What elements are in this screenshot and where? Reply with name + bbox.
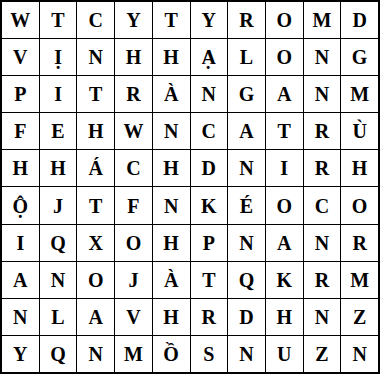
grid-cell[interactable]: N xyxy=(228,150,265,186)
grid-cell[interactable]: H xyxy=(153,39,190,75)
grid-cell[interactable]: Ị xyxy=(40,39,77,75)
grid-cell[interactable]: O xyxy=(266,187,303,223)
grid-cell[interactable]: N xyxy=(40,262,77,298)
grid-cell[interactable]: H xyxy=(40,150,77,186)
grid-cell[interactable]: T xyxy=(266,113,303,149)
grid-cell[interactable]: E xyxy=(40,113,77,149)
grid-cell[interactable]: O xyxy=(341,187,378,223)
grid-cell[interactable]: I xyxy=(40,76,77,112)
grid-cell[interactable]: N xyxy=(304,225,341,261)
grid-cell[interactable]: M xyxy=(341,262,378,298)
grid-cell[interactable]: J xyxy=(115,262,152,298)
grid-cell[interactable]: N xyxy=(304,299,341,335)
grid-cell[interactable]: N xyxy=(153,187,190,223)
grid-cell[interactable]: C xyxy=(77,2,114,38)
grid-cell[interactable]: A xyxy=(266,225,303,261)
grid-cell[interactable]: Q xyxy=(40,336,77,372)
grid-cell[interactable]: H xyxy=(2,150,39,186)
grid-cell[interactable]: R xyxy=(228,2,265,38)
grid-cell[interactable]: N xyxy=(2,299,39,335)
grid-cell[interactable]: R xyxy=(341,225,378,261)
grid-cell[interactable]: H xyxy=(115,39,152,75)
grid-cell[interactable]: Y xyxy=(2,336,39,372)
grid-cell[interactable]: L xyxy=(228,39,265,75)
grid-cell[interactable]: F xyxy=(2,113,39,149)
grid-cell[interactable]: Ạ xyxy=(191,39,228,75)
grid-cell[interactable]: X xyxy=(77,225,114,261)
grid-cell[interactable]: M xyxy=(341,76,378,112)
grid-cell[interactable]: I xyxy=(2,225,39,261)
grid-cell[interactable]: Ù xyxy=(341,113,378,149)
grid-cell[interactable]: O xyxy=(266,2,303,38)
grid-cell[interactable]: M xyxy=(304,2,341,38)
word-search-board: WTCYTYROMDVỊNHHẠLONGPITRÀNGANMFEHWNCATRÙ… xyxy=(0,0,380,374)
grid-cell[interactable]: R xyxy=(304,262,341,298)
grid-cell[interactable]: Q xyxy=(228,262,265,298)
grid-cell[interactable]: H xyxy=(77,113,114,149)
grid-cell[interactable]: A xyxy=(2,262,39,298)
grid-cell[interactable]: H xyxy=(153,225,190,261)
grid-cell[interactable]: H xyxy=(266,299,303,335)
grid-cell[interactable]: K xyxy=(266,262,303,298)
grid-cell[interactable]: R xyxy=(115,76,152,112)
grid-cell[interactable]: M xyxy=(115,336,152,372)
grid-cell[interactable]: W xyxy=(115,113,152,149)
grid-cell[interactable]: À xyxy=(153,262,190,298)
grid-cell[interactable]: C xyxy=(191,113,228,149)
grid-cell[interactable]: F xyxy=(115,187,152,223)
grid-cell[interactable]: I xyxy=(266,150,303,186)
grid-cell[interactable]: N xyxy=(304,39,341,75)
grid-cell[interactable]: N xyxy=(77,39,114,75)
grid-cell[interactable]: N xyxy=(341,336,378,372)
grid-cell[interactable]: Ộ xyxy=(2,187,39,223)
grid-cell[interactable]: R xyxy=(304,150,341,186)
grid-cell[interactable]: D xyxy=(191,150,228,186)
grid-cell[interactable]: P xyxy=(2,76,39,112)
grid-cell[interactable]: C xyxy=(115,150,152,186)
grid-cell[interactable]: W xyxy=(2,2,39,38)
grid-cell[interactable]: T xyxy=(77,76,114,112)
grid-cell[interactable]: T xyxy=(77,187,114,223)
grid-cell[interactable]: N xyxy=(228,225,265,261)
grid-cell[interactable]: O xyxy=(266,39,303,75)
grid-cell[interactable]: C xyxy=(304,187,341,223)
grid-cell[interactable]: N xyxy=(77,336,114,372)
grid-cell[interactable]: D xyxy=(228,299,265,335)
grid-cell[interactable]: Y xyxy=(191,2,228,38)
grid-cell[interactable]: L xyxy=(40,299,77,335)
grid-cell[interactable]: R xyxy=(304,113,341,149)
grid-cell[interactable]: A xyxy=(266,76,303,112)
grid-cell[interactable]: V xyxy=(2,39,39,75)
grid-cell[interactable]: T xyxy=(153,2,190,38)
grid-cell[interactable]: À xyxy=(153,76,190,112)
grid-cell[interactable]: G xyxy=(228,76,265,112)
word-search-grid: WTCYTYROMDVỊNHHẠLONGPITRÀNGANMFEHWNCATRÙ… xyxy=(0,0,380,374)
grid-cell[interactable]: N xyxy=(153,113,190,149)
grid-cell[interactable]: É xyxy=(228,187,265,223)
grid-cell[interactable]: U xyxy=(266,336,303,372)
grid-cell[interactable]: N xyxy=(191,76,228,112)
grid-cell[interactable]: D xyxy=(341,2,378,38)
grid-cell[interactable]: H xyxy=(153,150,190,186)
grid-cell[interactable]: Y xyxy=(115,2,152,38)
grid-cell[interactable]: O xyxy=(77,262,114,298)
grid-cell[interactable]: H xyxy=(153,299,190,335)
grid-cell[interactable]: T xyxy=(40,2,77,38)
grid-cell[interactable]: Á xyxy=(77,150,114,186)
grid-cell[interactable]: Q xyxy=(40,225,77,261)
grid-cell[interactable]: N xyxy=(304,76,341,112)
grid-cell[interactable]: G xyxy=(341,39,378,75)
grid-cell[interactable]: P xyxy=(191,225,228,261)
grid-cell[interactable]: T xyxy=(191,262,228,298)
grid-cell[interactable]: S xyxy=(191,336,228,372)
grid-cell[interactable]: H xyxy=(341,150,378,186)
grid-cell[interactable]: A xyxy=(77,299,114,335)
grid-cell[interactable]: N xyxy=(228,336,265,372)
grid-cell[interactable]: O xyxy=(115,225,152,261)
grid-cell[interactable]: J xyxy=(40,187,77,223)
grid-cell[interactable]: V xyxy=(115,299,152,335)
grid-cell[interactable]: R xyxy=(191,299,228,335)
grid-cell[interactable]: K xyxy=(191,187,228,223)
grid-cell[interactable]: Z xyxy=(341,299,378,335)
grid-cell[interactable]: Ồ xyxy=(153,336,190,372)
grid-cell[interactable]: Z xyxy=(304,336,341,372)
grid-cell[interactable]: A xyxy=(228,113,265,149)
